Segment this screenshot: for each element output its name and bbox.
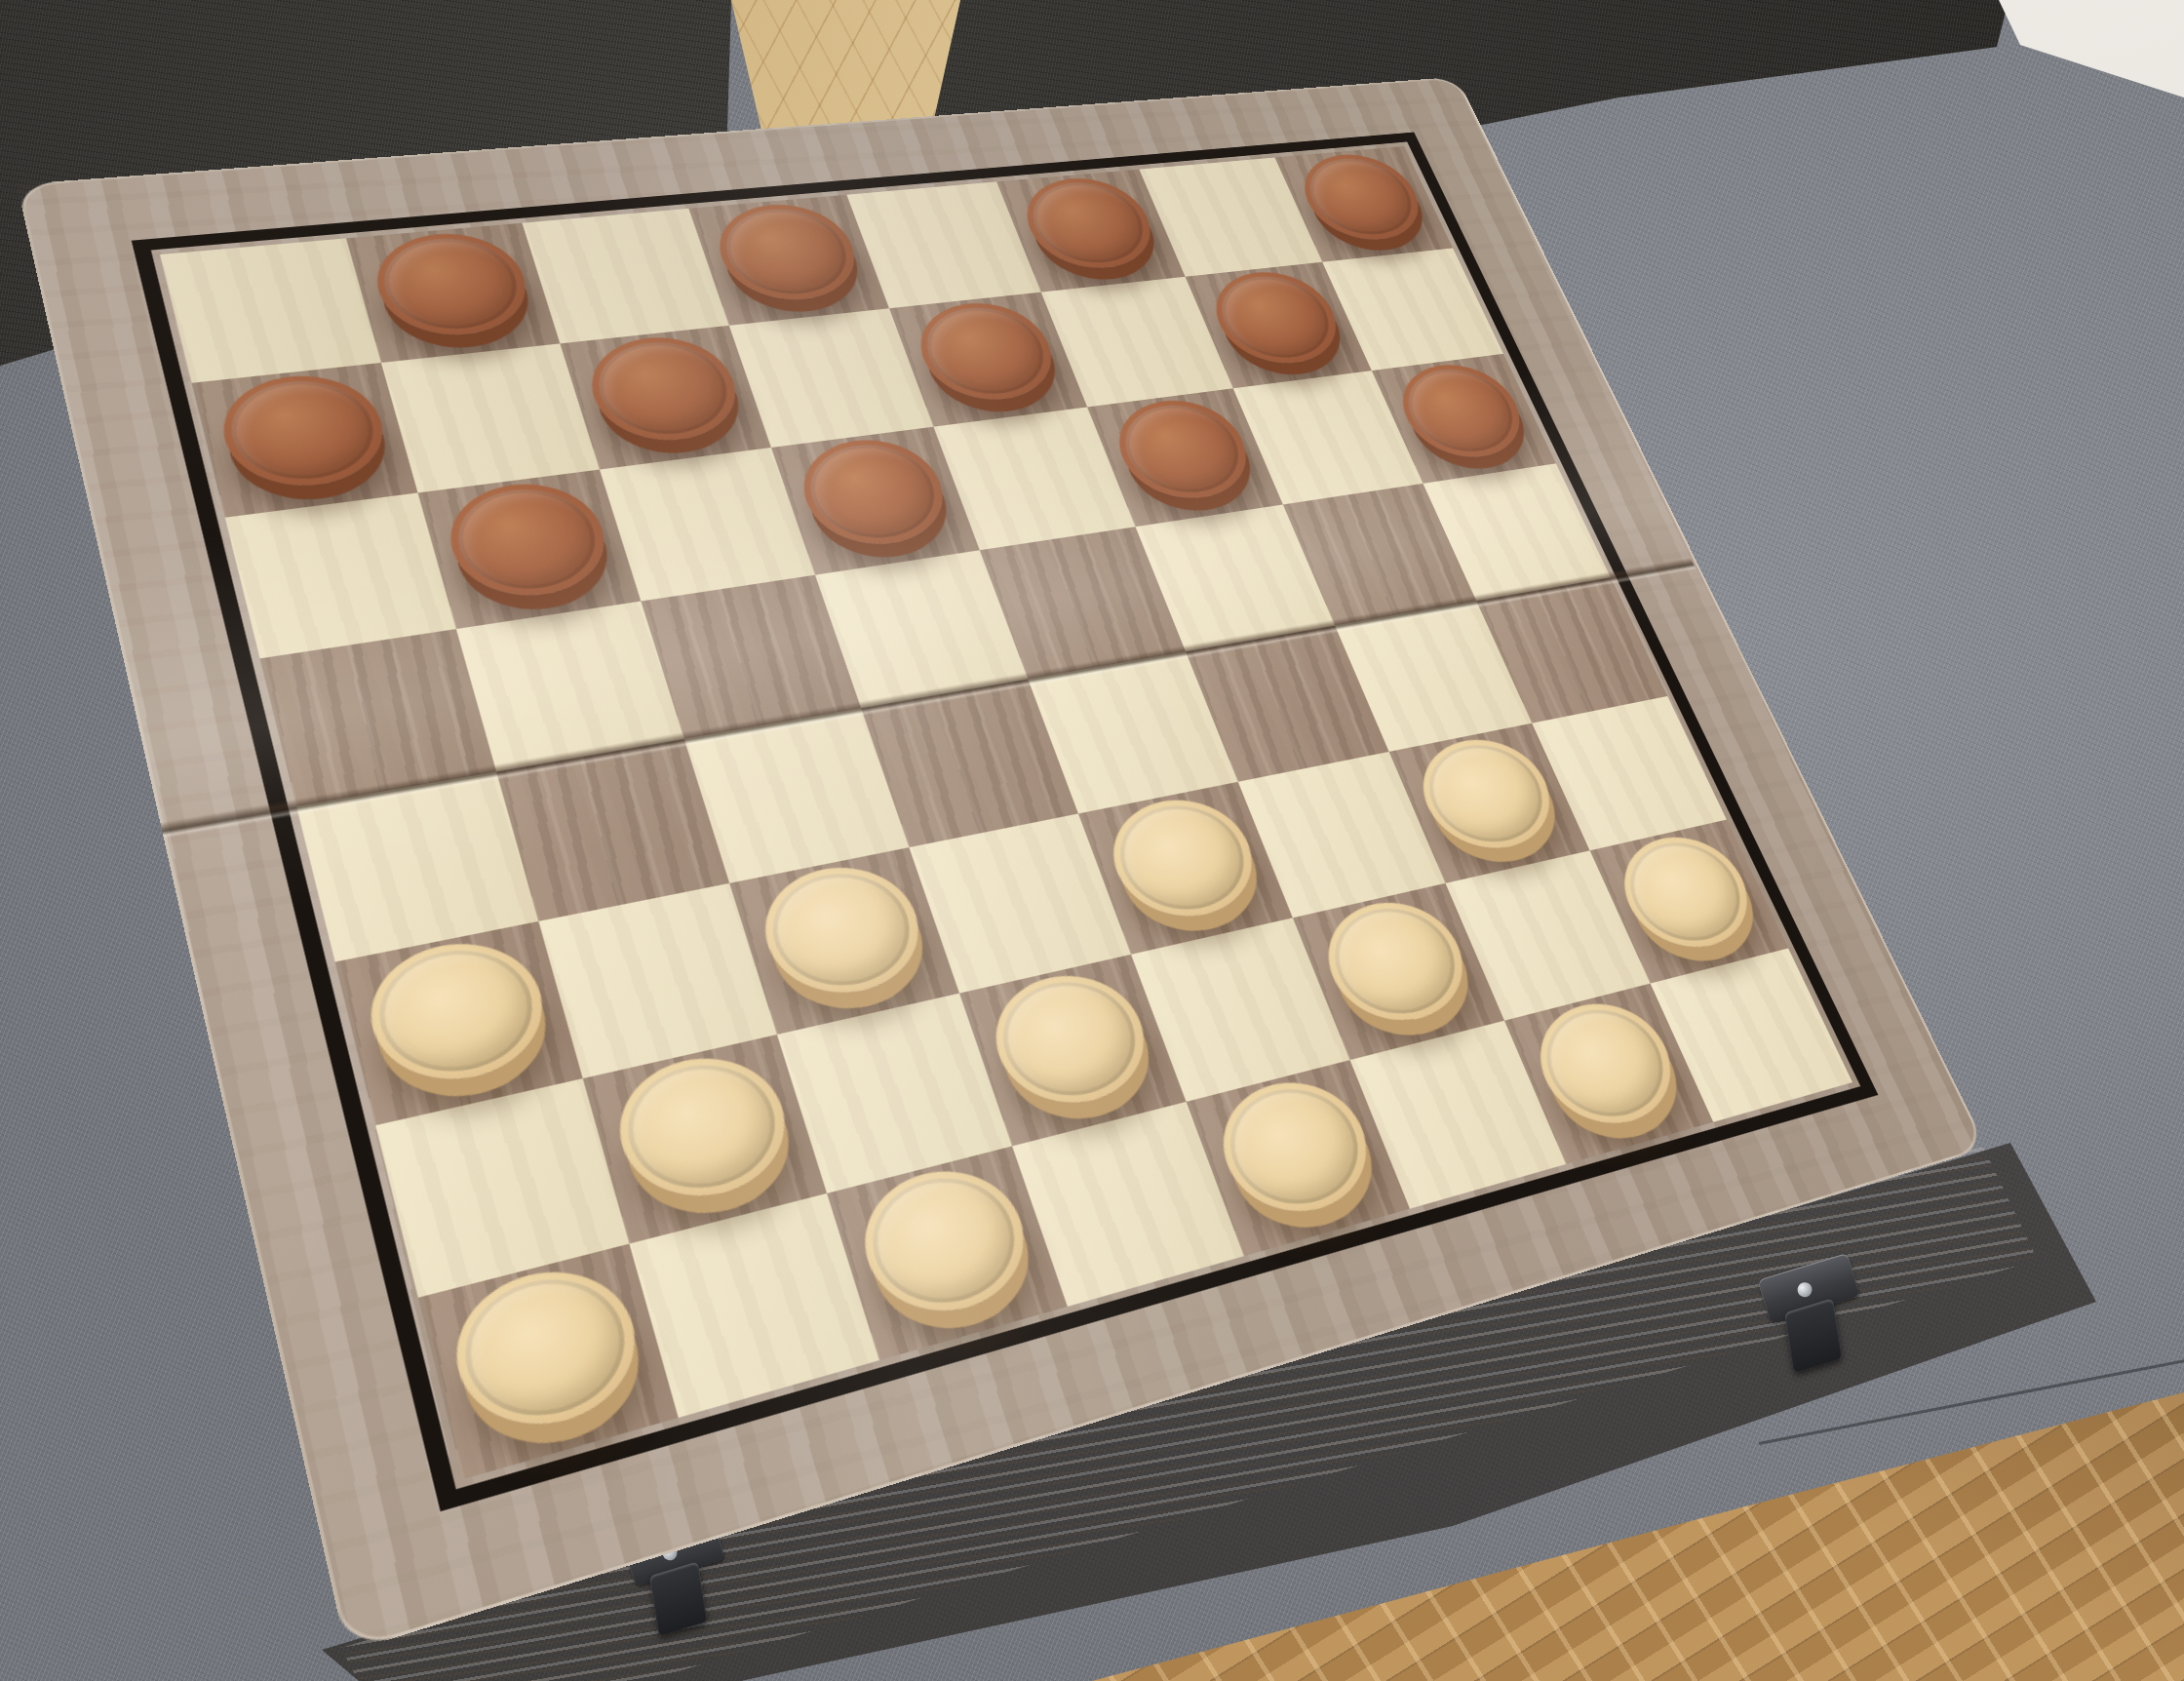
piece-light-g1[interactable] — [1520, 991, 1691, 1138]
piece-light-g3[interactable] — [1404, 729, 1568, 859]
piece-light-b2[interactable] — [603, 1042, 801, 1212]
piece-light-d2[interactable] — [977, 962, 1162, 1118]
piece-light-c3[interactable] — [748, 854, 935, 1006]
clasp-hook — [1784, 1298, 1843, 1373]
piece-dark-d6[interactable] — [788, 432, 957, 553]
piece-dark-f8[interactable] — [1011, 174, 1165, 273]
piece-dark-a7[interactable] — [211, 369, 395, 494]
piece-dark-c7[interactable] — [577, 331, 750, 448]
piece-dark-g7[interactable] — [1199, 266, 1351, 369]
piece-dark-h6[interactable] — [1385, 358, 1536, 463]
piece-light-e3[interactable] — [1095, 789, 1269, 929]
piece-dark-b8[interactable] — [364, 227, 538, 340]
piece-dark-d8[interactable] — [705, 199, 869, 305]
piece-dark-h8[interactable] — [1288, 150, 1433, 245]
clasp-hook — [649, 1561, 708, 1636]
piece-dark-b6[interactable] — [436, 475, 617, 605]
piece-light-a3[interactable] — [356, 929, 558, 1095]
piece-light-f2[interactable] — [1308, 890, 1481, 1034]
photo-scene — [0, 0, 2184, 1681]
piece-dark-e7[interactable] — [905, 296, 1067, 406]
piece-light-a1[interactable] — [440, 1253, 651, 1444]
piece-light-e1[interactable] — [1203, 1068, 1385, 1227]
piece-light-c1[interactable] — [846, 1154, 1042, 1328]
piece-dark-f6[interactable] — [1103, 393, 1263, 505]
